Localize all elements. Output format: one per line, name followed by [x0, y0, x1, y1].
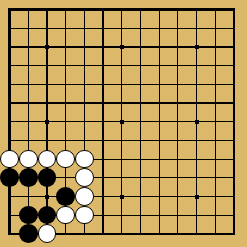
- stone-white[interactable]: [19, 150, 38, 169]
- stone-white[interactable]: [0, 150, 19, 169]
- stone-white[interactable]: [38, 224, 57, 243]
- stone-black[interactable]: [19, 206, 38, 225]
- go-board[interactable]: [0, 0, 247, 247]
- stone-white[interactable]: [56, 150, 75, 169]
- stone-white[interactable]: [75, 150, 94, 169]
- stone-black[interactable]: [56, 187, 75, 206]
- stone-black[interactable]: [19, 224, 38, 243]
- stone-white[interactable]: [38, 150, 57, 169]
- stone-black[interactable]: [0, 168, 19, 187]
- stones-layer: [0, 0, 243, 243]
- stone-white[interactable]: [75, 168, 94, 187]
- stone-black[interactable]: [19, 168, 38, 187]
- stone-white[interactable]: [75, 187, 94, 206]
- stone-black[interactable]: [38, 168, 57, 187]
- stone-white[interactable]: [56, 206, 75, 225]
- stone-white[interactable]: [75, 206, 94, 225]
- stone-black[interactable]: [38, 206, 57, 225]
